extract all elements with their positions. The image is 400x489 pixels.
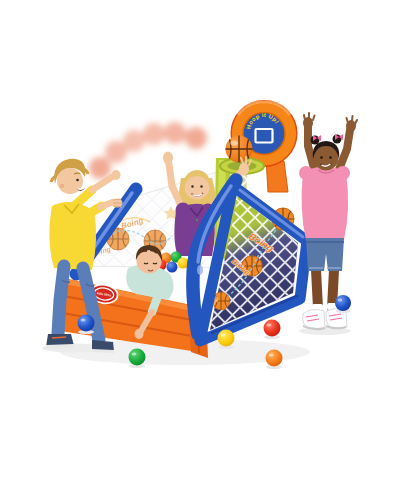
floor-ball-orange <box>266 350 283 367</box>
floor-ball-green <box>129 349 146 366</box>
girl-left-hand <box>163 152 173 165</box>
basketball <box>226 136 253 163</box>
boy-raised-hand <box>112 170 121 180</box>
boy-raised-arm <box>92 177 112 190</box>
floor-ball-blue <box>335 295 351 311</box>
ball-motion-trail <box>89 122 207 179</box>
floor-ball-blue <box>78 315 95 332</box>
floor-ball-red <box>264 320 281 337</box>
child-right-girl <box>299 113 357 329</box>
toddler-hand <box>135 329 144 339</box>
product-photo-scene: Boing Boing Hoop it Up! <box>0 0 400 489</box>
right-girl-left-leg <box>316 270 318 308</box>
girl-right-hand <box>239 163 249 176</box>
floor-ball-yellow <box>218 330 235 347</box>
right-girl-right-leg <box>332 270 334 308</box>
scene-canvas: Boing Boing Hoop it Up! <box>0 0 400 489</box>
boy-jeans-left-leg <box>58 266 64 334</box>
